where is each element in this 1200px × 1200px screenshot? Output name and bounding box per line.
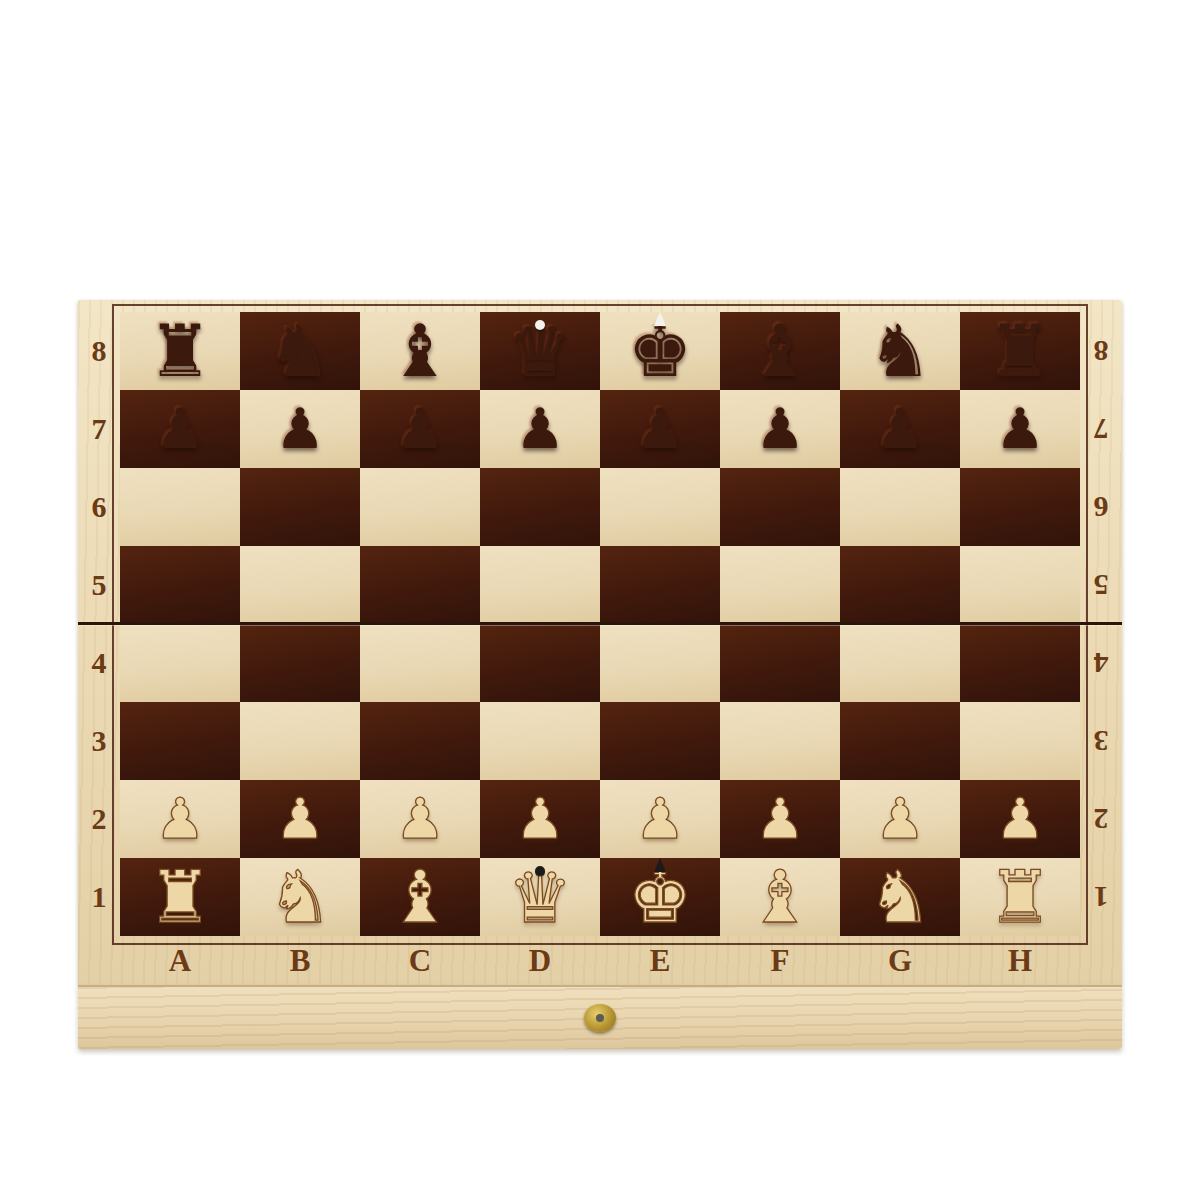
rank-label-2: 2 (1080, 780, 1122, 858)
square-c6[interactable] (360, 468, 480, 546)
square-a4[interactable] (120, 624, 240, 702)
square-e5[interactable] (600, 546, 720, 624)
square-f8[interactable]: ♝ (720, 312, 840, 390)
piece-white-pawn[interactable]: ♟ (840, 780, 960, 858)
square-h5[interactable] (960, 546, 1080, 624)
piece-black-pawn[interactable]: ♟ (840, 390, 960, 468)
square-h6[interactable] (960, 468, 1080, 546)
piece-black-pawn[interactable]: ♟ (360, 390, 480, 468)
square-c7[interactable]: ♟ (360, 390, 480, 468)
piece-white-knight[interactable]: ♞ (840, 858, 960, 936)
square-d6[interactable] (480, 468, 600, 546)
piece-white-pawn[interactable]: ♟ (960, 780, 1080, 858)
square-a7[interactable]: ♟ (120, 390, 240, 468)
piece-black-pawn[interactable]: ♟ (960, 390, 1080, 468)
file-label-f: F (720, 940, 840, 982)
piece-white-pawn[interactable]: ♟ (600, 780, 720, 858)
square-f3[interactable] (720, 702, 840, 780)
piece-black-pawn[interactable]: ♟ (480, 390, 600, 468)
rank-label-3: 3 (78, 702, 120, 780)
square-f5[interactable] (720, 546, 840, 624)
square-a8[interactable]: ♜ (120, 312, 240, 390)
rank-label-5: 5 (78, 546, 120, 624)
piece-black-pawn[interactable]: ♟ (720, 390, 840, 468)
square-g6[interactable] (840, 468, 960, 546)
square-h2[interactable]: ♟ (960, 780, 1080, 858)
square-d3[interactable] (480, 702, 600, 780)
square-h7[interactable]: ♟ (960, 390, 1080, 468)
square-a1[interactable]: ♜ (120, 858, 240, 936)
square-d2[interactable]: ♟ (480, 780, 600, 858)
square-e7[interactable]: ♟ (600, 390, 720, 468)
square-g5[interactable] (840, 546, 960, 624)
square-e6[interactable] (600, 468, 720, 546)
piece-white-rook[interactable]: ♜ (960, 858, 1080, 936)
square-a3[interactable] (120, 702, 240, 780)
square-e8[interactable]: ♚ (600, 312, 720, 390)
piece-white-knight[interactable]: ♞ (240, 858, 360, 936)
piece-white-pawn[interactable]: ♟ (720, 780, 840, 858)
square-b2[interactable]: ♟ (240, 780, 360, 858)
piece-black-pawn[interactable]: ♟ (600, 390, 720, 468)
rank-labels-left: 87654321 (78, 312, 120, 936)
rank-label-1: 1 (1080, 858, 1122, 936)
piece-white-pawn[interactable]: ♟ (360, 780, 480, 858)
square-e3[interactable] (600, 702, 720, 780)
piece-white-pawn[interactable]: ♟ (480, 780, 600, 858)
square-a5[interactable] (120, 546, 240, 624)
square-g7[interactable]: ♟ (840, 390, 960, 468)
square-b4[interactable] (240, 624, 360, 702)
square-b1[interactable]: ♞ (240, 858, 360, 936)
square-b8[interactable]: ♞ (240, 312, 360, 390)
piece-black-rook[interactable]: ♜ (120, 312, 240, 390)
square-f2[interactable]: ♟ (720, 780, 840, 858)
piece-white-pawn[interactable]: ♟ (120, 780, 240, 858)
piece-white-bishop[interactable]: ♝ (720, 858, 840, 936)
square-h4[interactable] (960, 624, 1080, 702)
white-ball-finial (535, 320, 545, 330)
chess-box: ♜♞♝♛♚♝♞♜♟♟♟♟♟♟♟♟♟♟♟♟♟♟♟♟♜♞♝♛♚♝♞♜ 8765432… (78, 300, 1122, 985)
square-e2[interactable]: ♟ (600, 780, 720, 858)
square-g2[interactable]: ♟ (840, 780, 960, 858)
piece-black-pawn[interactable]: ♟ (120, 390, 240, 468)
square-f4[interactable] (720, 624, 840, 702)
file-label-h: H (960, 940, 1080, 982)
rank-label-6: 6 (1080, 468, 1122, 546)
square-b6[interactable] (240, 468, 360, 546)
piece-black-bishop[interactable]: ♝ (720, 312, 840, 390)
brass-clasp-pin (584, 1004, 616, 1032)
piece-black-knight[interactable]: ♞ (240, 312, 360, 390)
square-f7[interactable]: ♟ (720, 390, 840, 468)
piece-white-rook[interactable]: ♜ (120, 858, 240, 936)
square-b7[interactable]: ♟ (240, 390, 360, 468)
rank-label-1: 1 (78, 858, 120, 936)
file-label-a: A (120, 940, 240, 982)
square-c5[interactable] (360, 546, 480, 624)
square-d4[interactable] (480, 624, 600, 702)
square-c2[interactable]: ♟ (360, 780, 480, 858)
square-h8[interactable]: ♜ (960, 312, 1080, 390)
square-d1[interactable]: ♛ (480, 858, 600, 936)
square-g8[interactable]: ♞ (840, 312, 960, 390)
photo-canvas: ♜♞♝♛♚♝♞♜♟♟♟♟♟♟♟♟♟♟♟♟♟♟♟♟♜♞♝♛♚♝♞♜ 8765432… (0, 0, 1200, 1200)
square-a2[interactable]: ♟ (120, 780, 240, 858)
square-c1[interactable]: ♝ (360, 858, 480, 936)
piece-black-bishop[interactable]: ♝ (360, 312, 480, 390)
rank-label-7: 7 (1080, 390, 1122, 468)
rank-label-3: 3 (1080, 702, 1122, 780)
file-label-g: G (840, 940, 960, 982)
black-ball-finial (535, 866, 545, 876)
square-g3[interactable] (840, 702, 960, 780)
rank-label-6: 6 (78, 468, 120, 546)
rank-label-8: 8 (78, 312, 120, 390)
piece-black-pawn[interactable]: ♟ (240, 390, 360, 468)
square-f1[interactable]: ♝ (720, 858, 840, 936)
piece-black-knight[interactable]: ♞ (840, 312, 960, 390)
rank-label-7: 7 (78, 390, 120, 468)
piece-white-pawn[interactable]: ♟ (240, 780, 360, 858)
square-b3[interactable] (240, 702, 360, 780)
rank-label-5: 5 (1080, 546, 1122, 624)
black-cone-finial (654, 858, 666, 872)
file-label-d: D (480, 940, 600, 982)
rank-label-8: 8 (1080, 312, 1122, 390)
square-h1[interactable]: ♜ (960, 858, 1080, 936)
piece-black-rook[interactable]: ♜ (960, 312, 1080, 390)
file-label-e: E (600, 940, 720, 982)
file-label-b: B (240, 940, 360, 982)
rank-label-4: 4 (78, 624, 120, 702)
square-d5[interactable] (480, 546, 600, 624)
square-d8[interactable]: ♛ (480, 312, 600, 390)
square-c8[interactable]: ♝ (360, 312, 480, 390)
square-f6[interactable] (720, 468, 840, 546)
rank-labels-right: 87654321 (1080, 312, 1122, 936)
file-labels: ABCDEFGH (120, 940, 1080, 982)
board-frame: ♜♞♝♛♚♝♞♜♟♟♟♟♟♟♟♟♟♟♟♟♟♟♟♟♜♞♝♛♚♝♞♜ 8765432… (78, 300, 1122, 985)
square-e1[interactable]: ♚ (600, 858, 720, 936)
square-d7[interactable]: ♟ (480, 390, 600, 468)
white-cone-finial (654, 312, 666, 326)
rank-label-2: 2 (78, 780, 120, 858)
square-g1[interactable]: ♞ (840, 858, 960, 936)
square-b5[interactable] (240, 546, 360, 624)
box-front-panel (78, 985, 1122, 1049)
file-label-c: C (360, 940, 480, 982)
fold-seam (78, 622, 1122, 625)
square-h3[interactable] (960, 702, 1080, 780)
square-g4[interactable] (840, 624, 960, 702)
square-a6[interactable] (120, 468, 240, 546)
square-e4[interactable] (600, 624, 720, 702)
square-c3[interactable] (360, 702, 480, 780)
piece-white-bishop[interactable]: ♝ (360, 858, 480, 936)
square-c4[interactable] (360, 624, 480, 702)
rank-label-4: 4 (1080, 624, 1122, 702)
